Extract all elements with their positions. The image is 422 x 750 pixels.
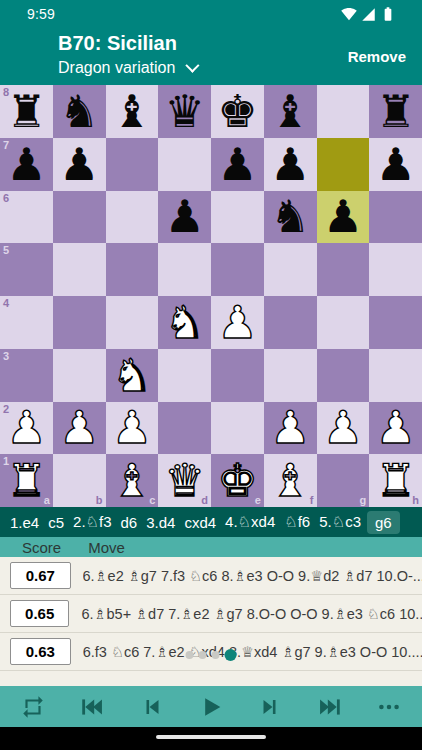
square-b6[interactable] xyxy=(53,191,106,244)
black-pawn: ♟︎ xyxy=(217,142,257,187)
square-e1[interactable]: e♚︎ xyxy=(211,454,264,507)
square-a1[interactable]: 1a♜︎ xyxy=(0,454,53,507)
square-a2[interactable]: 2♟︎ xyxy=(0,402,53,455)
move-token-g6[interactable]: g6 xyxy=(367,511,400,534)
square-f4[interactable] xyxy=(264,296,317,349)
file-label: b xyxy=(96,494,103,506)
score-box: 0.67 xyxy=(10,562,71,589)
rank-label: 2 xyxy=(3,403,9,415)
square-h2[interactable]: ♟︎ xyxy=(369,402,422,455)
rank-label: 3 xyxy=(3,350,9,362)
home-indicator[interactable] xyxy=(156,735,266,739)
square-c2[interactable]: ♟︎ xyxy=(106,402,159,455)
square-f2[interactable]: ♟︎ xyxy=(264,402,317,455)
square-e4[interactable]: ♟︎ xyxy=(211,296,264,349)
move-line: 6.♗e2 ♗g7 7.f3 ♘c6 8.♗e3 O-O 9.♕d2 ♗d7 1… xyxy=(83,568,422,584)
square-b7[interactable]: ♟︎ xyxy=(53,138,106,191)
square-c7[interactable] xyxy=(106,138,159,191)
analysis-row[interactable]: 0.656.♗b5+ ♗d7 7.♗e2 ♗g7 8.O-O O-O 9.♗e3… xyxy=(0,595,422,633)
square-d1[interactable]: d♛︎ xyxy=(158,454,211,507)
square-c4[interactable] xyxy=(106,296,159,349)
square-b4[interactable] xyxy=(53,296,106,349)
square-e5[interactable] xyxy=(211,243,264,296)
battery-icon xyxy=(380,6,396,22)
square-h1[interactable]: h♜︎ xyxy=(369,454,422,507)
analysis-header: Score Move xyxy=(0,537,422,557)
square-g8[interactable] xyxy=(317,85,370,138)
square-f1[interactable]: f♝︎ xyxy=(264,454,317,507)
square-h6[interactable] xyxy=(369,191,422,244)
square-c5[interactable] xyxy=(106,243,159,296)
square-h7[interactable]: ♟︎ xyxy=(369,138,422,191)
white-queen: ♛︎ xyxy=(164,458,204,503)
file-label: e xyxy=(255,494,261,506)
square-b1[interactable]: b xyxy=(53,454,106,507)
more-button[interactable] xyxy=(369,689,409,725)
square-a4[interactable]: 4 xyxy=(0,296,53,349)
wifi-icon xyxy=(341,6,357,22)
square-c3[interactable]: ♞︎ xyxy=(106,349,159,402)
score-column-header: Score xyxy=(22,539,61,556)
black-knight: ♞︎ xyxy=(270,194,310,239)
square-h5[interactable] xyxy=(369,243,422,296)
file-label: f xyxy=(310,494,314,506)
skip-to-start-button[interactable] xyxy=(72,689,112,725)
analysis-row[interactable]: 0.676.♗e2 ♗g7 7.f3 ♘c6 8.♗e3 O-O 9.♕d2 ♗… xyxy=(0,557,422,595)
square-h4[interactable] xyxy=(369,296,422,349)
white-pawn: ♟︎ xyxy=(6,405,46,450)
square-a5[interactable]: 5 xyxy=(0,243,53,296)
square-c1[interactable]: c♝︎ xyxy=(106,454,159,507)
file-label: d xyxy=(201,494,208,506)
play-button[interactable] xyxy=(191,689,231,725)
move-token-5c3[interactable]: 5.♘c3 xyxy=(319,513,361,531)
app-bar: B70: Sicilian Dragon variation Remove xyxy=(0,28,422,85)
repeat-button[interactable] xyxy=(13,689,53,725)
page-dot xyxy=(199,651,207,659)
black-king: ♚︎ xyxy=(217,89,257,134)
page-title: B70: Sicilian xyxy=(58,32,177,55)
rank-label: 8 xyxy=(3,86,9,98)
square-a8[interactable]: 8♜︎ xyxy=(0,85,53,138)
black-pawn: ♟︎ xyxy=(164,194,204,239)
black-pawn: ♟︎ xyxy=(59,142,99,187)
page-dots xyxy=(186,649,237,661)
cellular-icon xyxy=(361,7,376,22)
white-pawn: ♟︎ xyxy=(59,405,99,450)
skip-to-end-button[interactable] xyxy=(310,689,350,725)
black-pawn: ♟︎ xyxy=(375,142,415,187)
score-box: 0.63 xyxy=(10,638,71,665)
white-pawn: ♟︎ xyxy=(375,405,415,450)
white-knight: ♞︎ xyxy=(164,300,204,345)
variation-selector[interactable]: Dragon variation xyxy=(58,59,196,77)
move-token-d6[interactable]: d6 xyxy=(121,514,138,531)
square-e6[interactable] xyxy=(211,191,264,244)
square-d5[interactable] xyxy=(158,243,211,296)
square-f6[interactable]: ♞︎ xyxy=(264,191,317,244)
white-rook: ♜︎ xyxy=(6,458,46,503)
square-a6[interactable]: 6 xyxy=(0,191,53,244)
move-column-header: Move xyxy=(88,539,125,556)
square-g2[interactable]: ♟︎ xyxy=(317,402,370,455)
square-g4[interactable] xyxy=(317,296,370,349)
controls-bar xyxy=(0,686,422,727)
move-token-2f3[interactable]: 2.♘f3 xyxy=(73,513,111,531)
white-bishop: ♝︎ xyxy=(112,458,152,503)
move-token-f6[interactable]: ♘f6 xyxy=(284,513,310,531)
square-f5[interactable] xyxy=(264,243,317,296)
square-b8[interactable]: ♞︎ xyxy=(53,85,106,138)
square-c6[interactable] xyxy=(106,191,159,244)
square-g6[interactable]: ♟︎ xyxy=(317,191,370,244)
white-pawn: ♟︎ xyxy=(323,405,363,450)
white-knight: ♞︎ xyxy=(112,353,152,398)
black-bishop: ♝︎ xyxy=(270,89,310,134)
move-strip: 1.e4c52.♘f3d63.d4cxd44.♘xd4♘f65.♘c3g6 xyxy=(0,507,422,537)
black-queen: ♛︎ xyxy=(164,89,204,134)
square-b3[interactable] xyxy=(53,349,106,402)
square-h8[interactable]: ♜︎ xyxy=(369,85,422,138)
square-e3[interactable] xyxy=(211,349,264,402)
move-line: 6.♗b5+ ♗d7 7.♗e2 ♗g7 8.O-O O-O 9.♗e3 ♘c6… xyxy=(81,606,422,622)
app-screen: 9:59 B70: Sicilian Dragon variation Remo… xyxy=(0,0,422,750)
white-pawn: ♟︎ xyxy=(217,300,257,345)
file-label: a xyxy=(44,494,50,506)
white-king: ♚︎ xyxy=(217,458,257,503)
square-d6[interactable]: ♟︎ xyxy=(158,191,211,244)
rank-label: 5 xyxy=(3,244,9,256)
square-f8[interactable]: ♝︎ xyxy=(264,85,317,138)
square-f7[interactable]: ♟︎ xyxy=(264,138,317,191)
square-d2[interactable] xyxy=(158,402,211,455)
black-pawn: ♟︎ xyxy=(6,142,46,187)
previous-button[interactable] xyxy=(132,689,172,725)
score-box: 0.65 xyxy=(10,600,69,627)
white-bishop: ♝︎ xyxy=(270,458,310,503)
white-rook: ♜︎ xyxy=(375,458,415,503)
square-d8[interactable]: ♛︎ xyxy=(158,85,211,138)
chevron-down-icon xyxy=(186,58,200,72)
white-pawn: ♟︎ xyxy=(112,405,152,450)
chess-board: 8♜︎♞︎♝︎♛︎♚︎♝︎♜︎7♟︎♟︎♟︎♟︎♟︎6♟︎♞︎♟︎54♞︎♟︎3… xyxy=(0,85,422,507)
analysis-list: Score Move 0.676.♗e2 ♗g7 7.f3 ♘c6 8.♗e3 … xyxy=(0,537,422,686)
square-g5[interactable] xyxy=(317,243,370,296)
square-e2[interactable] xyxy=(211,402,264,455)
file-label: g xyxy=(360,494,367,506)
white-pawn: ♟︎ xyxy=(270,405,310,450)
square-d4[interactable]: ♞︎ xyxy=(158,296,211,349)
black-rook: ♜︎ xyxy=(6,89,46,134)
rank-label: 1 xyxy=(3,455,9,467)
clock: 9:59 xyxy=(27,6,55,22)
square-c8[interactable]: ♝︎ xyxy=(106,85,159,138)
rank-label: 4 xyxy=(3,297,9,309)
square-a7[interactable]: 7♟︎ xyxy=(0,138,53,191)
move-token-cxd4[interactable]: cxd4 xyxy=(184,514,216,531)
square-h3[interactable] xyxy=(369,349,422,402)
square-g3[interactable] xyxy=(317,349,370,402)
black-bishop: ♝︎ xyxy=(112,89,152,134)
page-dot xyxy=(225,649,237,661)
square-a3[interactable]: 3 xyxy=(0,349,53,402)
black-pawn: ♟︎ xyxy=(323,194,363,239)
square-b5[interactable] xyxy=(53,243,106,296)
black-rook: ♜︎ xyxy=(375,89,415,134)
square-g1[interactable]: g xyxy=(317,454,370,507)
square-b2[interactable]: ♟︎ xyxy=(53,402,106,455)
status-bar: 9:59 xyxy=(0,0,422,28)
move-token-1e4[interactable]: 1.e4 xyxy=(10,514,39,531)
square-e7[interactable]: ♟︎ xyxy=(211,138,264,191)
square-e8[interactable]: ♚︎ xyxy=(211,85,264,138)
move-token-c5[interactable]: c5 xyxy=(48,514,64,531)
square-d7[interactable] xyxy=(158,138,211,191)
black-knight: ♞︎ xyxy=(59,89,99,134)
move-line: 6.f3 ♘c6 7.♗e2 ♘xd4 8.♕xd4 ♗g7 9.♗e3 O-O… xyxy=(83,644,422,660)
rank-label: 6 xyxy=(3,192,9,204)
variation-label: Dragon variation xyxy=(58,59,175,77)
remove-button[interactable]: Remove xyxy=(348,48,406,65)
page-dot xyxy=(186,651,194,659)
move-token-4xd4[interactable]: 4.♘xd4 xyxy=(225,513,275,531)
next-button[interactable] xyxy=(250,689,290,725)
page-dot xyxy=(212,651,220,659)
move-token-3d4[interactable]: 3.d4 xyxy=(146,514,175,531)
rank-label: 7 xyxy=(3,139,9,151)
nav-bar xyxy=(0,727,422,750)
file-label: c xyxy=(149,494,155,506)
square-d3[interactable] xyxy=(158,349,211,402)
file-label: h xyxy=(412,494,419,506)
square-g7[interactable] xyxy=(317,138,370,191)
black-pawn: ♟︎ xyxy=(270,142,310,187)
square-f3[interactable] xyxy=(264,349,317,402)
